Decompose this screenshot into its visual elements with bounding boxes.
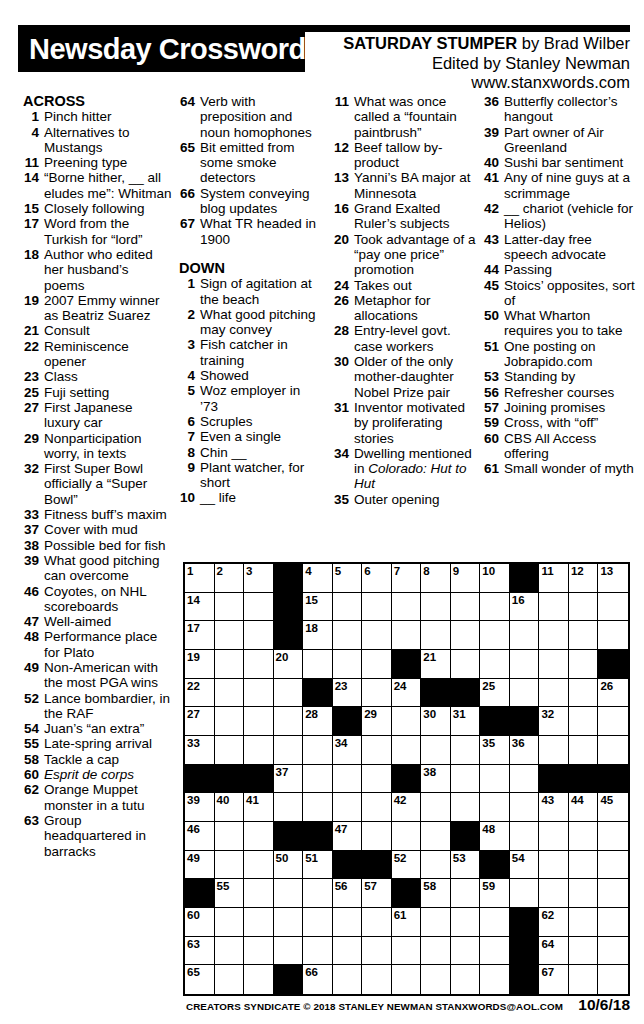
cell-number: 37 [276, 766, 289, 778]
grid-cell-r3c2[interactable] [215, 621, 245, 650]
grid-cell-r12c6[interactable]: 56 [333, 879, 363, 908]
grid-cell-r3c11[interactable] [480, 621, 510, 650]
grid-cell-r2c7[interactable] [362, 593, 392, 622]
clue-item: 12Beef tallow by-product [328, 140, 480, 171]
grid-cell-r1c14[interactable]: 12 [569, 564, 599, 593]
clue-number: 39 [18, 553, 44, 568]
grid-cell-r7c4[interactable] [274, 736, 304, 765]
grid-cell-r15c5[interactable]: 66 [303, 965, 333, 994]
grid-cell-r2c1[interactable]: 14 [185, 593, 215, 622]
grid-cell-r14c4[interactable] [274, 937, 304, 966]
grid-cell-r9c13[interactable]: 43 [539, 793, 569, 822]
grid-cell-r3c12[interactable] [510, 621, 540, 650]
grid-cell-r10c12[interactable] [510, 822, 540, 851]
cell-number: 1 [187, 565, 193, 577]
grid-cell-r2c15[interactable] [598, 593, 628, 622]
grid-cell-r15c8[interactable] [392, 965, 422, 994]
grid-cell-r13c13[interactable]: 62 [539, 908, 569, 937]
clue-item: 61Small wonder of myth [478, 461, 638, 476]
grid-cell-r4c6[interactable] [333, 650, 363, 679]
grid-cell-r4c12[interactable] [510, 650, 540, 679]
grid-cell-r8c7[interactable] [362, 765, 392, 794]
grid-cell-r8c6[interactable] [333, 765, 363, 794]
grid-cell-r12c14[interactable] [569, 879, 599, 908]
grid-cell-r1c2[interactable]: 2 [215, 564, 245, 593]
black-square [303, 822, 333, 851]
grid-cell-r9c6[interactable] [333, 793, 363, 822]
grid-cell-r2c12[interactable]: 16 [510, 593, 540, 622]
clue-list-heading-across: ACROSS [18, 94, 172, 109]
grid-cell-r7c1[interactable]: 33 [185, 736, 215, 765]
grid-cell-r11c4[interactable]: 50 [274, 851, 304, 880]
clue-number: 28 [328, 323, 354, 338]
clue-item: 58Tackle a cap [18, 752, 172, 767]
grid-cell-r4c2[interactable] [215, 650, 245, 679]
grid-cell-r7c11[interactable]: 35 [480, 736, 510, 765]
clue-item: 22Reminiscence opener [18, 339, 172, 370]
clue-text: Tackle a cap [44, 752, 172, 767]
cell-number: 13 [600, 565, 613, 577]
clue-item: 63Group headquartered in barracks [18, 813, 172, 859]
clue-number: 35 [328, 492, 354, 507]
grid-cell-r15c7[interactable] [362, 965, 392, 994]
grid-cell-r14c15[interactable] [598, 937, 628, 966]
clue-text: Dwelling mentioned in Colorado: Hut to H… [354, 446, 480, 492]
clue-number: 6 [174, 414, 200, 429]
clue-item: 44Passing [478, 262, 638, 277]
grid-cell-r10c15[interactable] [598, 822, 628, 851]
grid-cell-r13c14[interactable] [569, 908, 599, 937]
grid-cell-r14c11[interactable] [480, 937, 510, 966]
grid-cell-r7c6[interactable]: 34 [333, 736, 363, 765]
grid-cell-r4c10[interactable] [451, 650, 481, 679]
grid-cell-r1c1[interactable]: 1 [185, 564, 215, 593]
grid-cell-r5c2[interactable] [215, 679, 245, 708]
black-square [451, 822, 481, 851]
grid-cell-r12c4[interactable] [274, 879, 304, 908]
grid-cell-r14c14[interactable] [569, 937, 599, 966]
puzzle-website: www.stanxwords.com [343, 73, 630, 93]
grid-cell-r6c14[interactable] [569, 707, 599, 736]
grid-cell-r3c7[interactable] [362, 621, 392, 650]
grid-cell-r5c3[interactable] [244, 679, 274, 708]
grid-cell-r12c15[interactable] [598, 879, 628, 908]
grid-cell-r14c5[interactable] [303, 937, 333, 966]
clue-number: 46 [18, 584, 44, 599]
grid-cell-r1c5[interactable]: 4 [303, 564, 333, 593]
grid-cell-r14c6[interactable] [333, 937, 363, 966]
grid-cell-r14c13[interactable]: 64 [539, 937, 569, 966]
grid-cell-r8c10[interactable] [451, 765, 481, 794]
grid-cell-r1c8[interactable]: 7 [392, 564, 422, 593]
black-square [274, 564, 304, 593]
grid-cell-r10c3[interactable] [244, 822, 274, 851]
grid-cell-r6c3[interactable] [244, 707, 274, 736]
grid-cell-r9c10[interactable] [451, 793, 481, 822]
grid-cell-r11c5[interactable]: 51 [303, 851, 333, 880]
grid-cell-r13c11[interactable] [480, 908, 510, 937]
grid-cell-r13c15[interactable] [598, 908, 628, 937]
grid-cell-r12c13[interactable] [539, 879, 569, 908]
clue-number: 4 [18, 125, 44, 140]
grid-cell-r3c14[interactable] [569, 621, 599, 650]
grid-cell-r11c12[interactable]: 54 [510, 851, 540, 880]
grid-cell-r13c8[interactable]: 61 [392, 908, 422, 937]
clue-item: 9Plant watcher, for short [174, 460, 322, 491]
black-square [333, 851, 363, 880]
cell-number: 65 [187, 966, 200, 978]
grid-cell-r14c10[interactable] [451, 937, 481, 966]
grid-cell-r14c8[interactable] [392, 937, 422, 966]
grid-cell-r2c2[interactable] [215, 593, 245, 622]
clue-item: 2What good pitching may convey [174, 307, 322, 338]
cell-number: 53 [453, 852, 466, 864]
clue-item: 13Yanni’s BA major at Minnesota [328, 170, 480, 201]
grid-cell-r9c4[interactable] [274, 793, 304, 822]
grid-cell-r7c12[interactable]: 36 [510, 736, 540, 765]
grid-cell-r5c12[interactable] [510, 679, 540, 708]
grid-cell-r10c13[interactable] [539, 822, 569, 851]
clue-number: 64 [174, 94, 200, 109]
grid-cell-r14c9[interactable] [421, 937, 451, 966]
grid-cell-r1c11[interactable]: 10 [480, 564, 510, 593]
clue-text: What TR headed in 1900 [200, 216, 322, 247]
grid-cell-r1c7[interactable]: 6 [362, 564, 392, 593]
grid-cell-r8c4[interactable]: 37 [274, 765, 304, 794]
clue-item: 53Standing by [478, 369, 638, 384]
clue-text: Beef tallow by-product [354, 140, 480, 171]
cell-number: 66 [305, 966, 318, 978]
clue-text: Even a single [200, 429, 322, 444]
clue-text: Coyotes, on NHL scoreboards [44, 584, 172, 615]
grid-cell-r6c10[interactable]: 31 [451, 707, 481, 736]
grid-cell-r3c13[interactable] [539, 621, 569, 650]
grid-cell-r10c6[interactable]: 47 [333, 822, 363, 851]
clue-column-2: 64Verb with preposition and noun homopho… [174, 94, 322, 506]
cell-number: 17 [187, 622, 200, 634]
grid-cell-r6c1[interactable]: 27 [185, 707, 215, 736]
grid-cell-r3c9[interactable] [421, 621, 451, 650]
cell-number: 20 [276, 651, 289, 663]
black-square [510, 965, 540, 994]
cell-number: 6 [364, 565, 370, 577]
clue-number: 41 [478, 170, 504, 185]
clue-text: Stoics’ opposites, sort of [504, 278, 638, 309]
grid-cell-r9c1[interactable]: 39 [185, 793, 215, 822]
grid-cell-r11c2[interactable] [215, 851, 245, 880]
grid-cell-r13c4[interactable] [274, 908, 304, 937]
grid-cell-r5c7[interactable] [362, 679, 392, 708]
grid-cell-r7c8[interactable] [392, 736, 422, 765]
clue-number: 31 [328, 400, 354, 415]
grid-cell-r7c10[interactable] [451, 736, 481, 765]
grid-cell-r12c9[interactable]: 58 [421, 879, 451, 908]
clue-column-3: 11What was once called a “fountain paint… [328, 94, 480, 507]
cell-number: 2 [217, 565, 223, 577]
clue-text: Alternatives to Mustangs [44, 125, 172, 156]
cell-number: 4 [305, 565, 311, 577]
puzzle-editor: Edited by Stanley Newman [343, 54, 630, 74]
grid-cell-r11c10[interactable]: 53 [451, 851, 481, 880]
grid-cell-r12c10[interactable] [451, 879, 481, 908]
grid-cell-r6c4[interactable] [274, 707, 304, 736]
grid-cell-r8c9[interactable]: 38 [421, 765, 451, 794]
grid-cell-r9c8[interactable]: 42 [392, 793, 422, 822]
grid-cell-r11c15[interactable] [598, 851, 628, 880]
clue-number: 30 [328, 354, 354, 369]
grid-cell-r6c13[interactable]: 32 [539, 707, 569, 736]
grid-cell-r5c1[interactable]: 22 [185, 679, 215, 708]
grid-cell-r9c2[interactable]: 40 [215, 793, 245, 822]
grid-cell-r15c10[interactable] [451, 965, 481, 994]
clue-number: 23 [18, 369, 44, 384]
clue-number: 13 [328, 170, 354, 185]
grid-cell-r9c11[interactable] [480, 793, 510, 822]
clue-number: 45 [478, 278, 504, 293]
grid-cell-r1c9[interactable]: 8 [421, 564, 451, 593]
clue-text: Any of nine guys at a scrimmage [504, 170, 638, 201]
black-square [303, 679, 333, 708]
grid-cell-r3c15[interactable] [598, 621, 628, 650]
grid-cell-r7c9[interactable] [421, 736, 451, 765]
grid-cell-r7c15[interactable] [598, 736, 628, 765]
grid-cell-r12c3[interactable] [244, 879, 274, 908]
black-square [392, 650, 422, 679]
grid-cell-r5c4[interactable] [274, 679, 304, 708]
clue-number: 63 [18, 813, 44, 828]
clue-text: Nonparticipation worry, in texts [44, 431, 172, 462]
clue-item: 1Sign of agitation at the beach [174, 276, 322, 307]
grid-cell-r7c3[interactable] [244, 736, 274, 765]
clue-text: Fitness buff’s maxim [44, 507, 172, 522]
grid-cell-r2c5[interactable]: 15 [303, 593, 333, 622]
grid-cell-r2c8[interactable] [392, 593, 422, 622]
grid-cell-r4c3[interactable] [244, 650, 274, 679]
clue-text: Inventor motivated by proliferating stor… [354, 400, 480, 446]
grid-cell-r4c7[interactable] [362, 650, 392, 679]
clue-text: Older of the only mother-daughter Nobel … [354, 354, 480, 400]
grid-cell-r6c8[interactable] [392, 707, 422, 736]
clue-item: 11Preening type [18, 155, 172, 170]
clue-number: 49 [18, 660, 44, 675]
grid-cell-r14c1[interactable]: 63 [185, 937, 215, 966]
grid-cell-r7c7[interactable] [362, 736, 392, 765]
grid-cell-r8c5[interactable] [303, 765, 333, 794]
clue-number: 26 [328, 293, 354, 308]
clue-item: 48Performance place for Plato [18, 629, 172, 660]
grid-cell-r2c6[interactable] [333, 593, 363, 622]
clue-item: 65Bit emitted from some smoke detectors [174, 140, 322, 186]
grid-cell-r13c3[interactable] [244, 908, 274, 937]
grid-cell-r11c9[interactable] [421, 851, 451, 880]
grid-cell-r2c10[interactable] [451, 593, 481, 622]
clue-number: 44 [478, 262, 504, 277]
clue-text: Sign of agitation at the beach [200, 276, 322, 307]
grid-cell-r4c13[interactable] [539, 650, 569, 679]
grid-cell-r15c15[interactable] [598, 965, 628, 994]
grid-cell-r4c4[interactable]: 20 [274, 650, 304, 679]
grid-cell-r7c5[interactable] [303, 736, 333, 765]
cell-number: 63 [187, 938, 200, 950]
grid-cell-r7c14[interactable] [569, 736, 599, 765]
clue-item: 30Older of the only mother-daughter Nobe… [328, 354, 480, 400]
grid-cell-r9c15[interactable]: 45 [598, 793, 628, 822]
clue-number: 29 [18, 431, 44, 446]
grid-cell-r6c5[interactable]: 28 [303, 707, 333, 736]
grid-cell-r13c1[interactable]: 60 [185, 908, 215, 937]
grid-cell-r9c12[interactable] [510, 793, 540, 822]
clue-text: Entry-level govt. case workers [354, 323, 480, 354]
grid-cell-r11c14[interactable] [569, 851, 599, 880]
grid-cell-r3c8[interactable] [392, 621, 422, 650]
grid-cell-r1c6[interactable]: 5 [333, 564, 363, 593]
black-square [421, 679, 451, 708]
grid-cell-r4c11[interactable] [480, 650, 510, 679]
clue-number: 16 [328, 201, 354, 216]
grid-cell-r2c9[interactable] [421, 593, 451, 622]
clue-text: __ chariot (vehicle for Helios) [504, 201, 638, 232]
grid-cell-r15c1[interactable]: 65 [185, 965, 215, 994]
clue-number: 59 [478, 415, 504, 430]
grid-cell-r15c2[interactable] [215, 965, 245, 994]
grid-cell-r13c6[interactable] [333, 908, 363, 937]
grid-cell-r5c13[interactable] [539, 679, 569, 708]
grid-cell-r6c2[interactable] [215, 707, 245, 736]
grid-cell-r6c15[interactable] [598, 707, 628, 736]
grid-cell-r7c2[interactable] [215, 736, 245, 765]
grid-cell-r1c13[interactable]: 11 [539, 564, 569, 593]
grid-cell-r10c9[interactable] [421, 822, 451, 851]
cell-number: 14 [187, 594, 200, 606]
grid-cell-r13c5[interactable] [303, 908, 333, 937]
grid-cell-r10c2[interactable] [215, 822, 245, 851]
grid-cell-r13c7[interactable] [362, 908, 392, 937]
grid-cell-r15c3[interactable] [244, 965, 274, 994]
grid-cell-r2c3[interactable] [244, 593, 274, 622]
grid-cell-r14c7[interactable] [362, 937, 392, 966]
clue-item: 31Inventor motivated by proliferating st… [328, 400, 480, 446]
clue-number: 1 [174, 276, 200, 291]
grid-cell-r14c3[interactable] [244, 937, 274, 966]
grid-cell-r12c11[interactable]: 59 [480, 879, 510, 908]
grid-cell-r5c8[interactable]: 24 [392, 679, 422, 708]
clue-text: Chin __ [200, 445, 322, 460]
clue-text: Bit emitted from some smoke detectors [200, 140, 322, 186]
clue-number: 32 [18, 461, 44, 476]
grid-cell-r12c5[interactable] [303, 879, 333, 908]
grid-cell-r9c3[interactable]: 41 [244, 793, 274, 822]
grid-cell-r5c11[interactable]: 25 [480, 679, 510, 708]
clue-column-4: 36Butterfly collector’s hangout39Part ow… [478, 94, 638, 476]
grid-cell-r9c5[interactable] [303, 793, 333, 822]
grid-cell-r4c5[interactable] [303, 650, 333, 679]
grid-cell-r5c6[interactable]: 23 [333, 679, 363, 708]
black-square [451, 679, 481, 708]
grid-cell-r1c10[interactable]: 9 [451, 564, 481, 593]
grid-cell-r13c9[interactable] [421, 908, 451, 937]
grid-cell-r5c15[interactable]: 26 [598, 679, 628, 708]
grid-cell-r10c11[interactable]: 48 [480, 822, 510, 851]
clue-item: 39What good pitching can overcome [18, 553, 172, 584]
clue-item: 23Class [18, 369, 172, 384]
clue-text: Possible bed for fish [44, 538, 172, 553]
clue-number: 1 [18, 109, 44, 124]
grid-cell-r15c9[interactable] [421, 965, 451, 994]
grid-cell-r5c14[interactable] [569, 679, 599, 708]
clue-item: 25Fuji setting [18, 385, 172, 400]
grid-cell-r2c14[interactable] [569, 593, 599, 622]
clue-text: Consult [44, 323, 172, 338]
grid-cell-r1c15[interactable]: 13 [598, 564, 628, 593]
grid-cell-r8c11[interactable] [480, 765, 510, 794]
cell-number: 21 [423, 651, 436, 663]
grid-cell-r11c8[interactable]: 52 [392, 851, 422, 880]
grid-cell-r8c12[interactable] [510, 765, 540, 794]
grid-cell-r10c8[interactable] [392, 822, 422, 851]
grid-cell-r3c6[interactable] [333, 621, 363, 650]
grid-cell-r3c1[interactable]: 17 [185, 621, 215, 650]
grid-cell-r10c14[interactable] [569, 822, 599, 851]
clue-item: 59Cross, with “off” [478, 415, 638, 430]
grid-cell-r3c3[interactable] [244, 621, 274, 650]
clue-item: 192007 Emmy winner as Beatriz Suarez [18, 293, 172, 324]
grid-cell-r3c5[interactable]: 18 [303, 621, 333, 650]
cell-number: 46 [187, 823, 200, 835]
grid-cell-r6c7[interactable]: 29 [362, 707, 392, 736]
clue-item: 32First Super Bowl officially a “Super B… [18, 461, 172, 507]
grid-cell-r7c13[interactable] [539, 736, 569, 765]
grid-cell-r10c1[interactable]: 46 [185, 822, 215, 851]
grid-cell-r9c14[interactable]: 44 [569, 793, 599, 822]
grid-cell-r12c12[interactable] [510, 879, 540, 908]
grid-cell-r13c2[interactable] [215, 908, 245, 937]
grid-cell-r2c13[interactable] [539, 593, 569, 622]
grid-cell-r4c1[interactable]: 19 [185, 650, 215, 679]
clue-text: Scruples [200, 414, 322, 429]
grid-cell-r4c14[interactable] [569, 650, 599, 679]
clue-item: 38Possible bed for fish [18, 538, 172, 553]
grid-cell-r14c2[interactable] [215, 937, 245, 966]
cell-number: 43 [541, 794, 554, 806]
grid-cell-r10c7[interactable] [362, 822, 392, 851]
cell-number: 36 [512, 737, 525, 749]
grid-cell-r2c11[interactable] [480, 593, 510, 622]
grid-cell-r9c9[interactable] [421, 793, 451, 822]
grid-cell-r11c13[interactable] [539, 851, 569, 880]
grid-cell-r3c10[interactable] [451, 621, 481, 650]
clue-text: Joining promises [504, 400, 638, 415]
grid-cell-r15c13[interactable]: 67 [539, 965, 569, 994]
grid-cell-r11c1[interactable]: 49 [185, 851, 215, 880]
grid-cell-r9c7[interactable] [362, 793, 392, 822]
grid-cell-r12c7[interactable]: 57 [362, 879, 392, 908]
cell-number: 60 [187, 909, 200, 921]
grid-cell-r15c6[interactable] [333, 965, 363, 994]
clue-text: Non-American with the most PGA wins [44, 660, 172, 691]
clue-text: First Japanese luxury car [44, 400, 172, 431]
grid-cell-r15c14[interactable] [569, 965, 599, 994]
grid-cell-r6c9[interactable]: 30 [421, 707, 451, 736]
clue-item: 26Metaphor for allocations [328, 293, 480, 324]
clue-item: 17Word from the Turkish for “lord” [18, 216, 172, 247]
grid-cell-r12c2[interactable]: 55 [215, 879, 245, 908]
grid-cell-r11c3[interactable] [244, 851, 274, 880]
black-square [392, 879, 422, 908]
grid-cell-r13c10[interactable] [451, 908, 481, 937]
grid-cell-r1c3[interactable]: 3 [244, 564, 274, 593]
grid-cell-r4c9[interactable]: 21 [421, 650, 451, 679]
grid-cell-r15c11[interactable] [480, 965, 510, 994]
